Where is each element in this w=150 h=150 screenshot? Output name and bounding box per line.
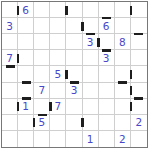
cell-r7c5[interactable]: [66, 99, 82, 115]
consecutive-marker-vertical: [65, 6, 67, 15]
cell-r4c9[interactable]: [131, 50, 147, 66]
cell-r9c4[interactable]: [50, 131, 66, 147]
consecutive-marker-horizontal: [134, 97, 143, 99]
cell-r9c7[interactable]: [99, 131, 115, 147]
cell-r3c9[interactable]: [131, 34, 147, 50]
consecutive-marker-horizontal: [22, 81, 31, 83]
consecutive-marker-vertical: [17, 6, 19, 15]
cell-r2c9[interactable]: [131, 18, 147, 34]
cell-r5c2[interactable]: [18, 66, 34, 82]
cell-r5c6[interactable]: [83, 66, 99, 82]
cell-r9c5[interactable]: [66, 131, 82, 147]
cell-r5c4-given[interactable]: 5: [50, 66, 66, 82]
cell-r1c1[interactable]: [2, 2, 18, 18]
consecutive-marker-vertical: [130, 102, 132, 111]
consecutive-marker-vertical: [130, 86, 132, 95]
cell-r3c2[interactable]: [18, 34, 34, 50]
cell-r7c2-given[interactable]: 1: [18, 99, 34, 115]
cell-r2c8[interactable]: [115, 18, 131, 34]
cell-r4c3[interactable]: [34, 50, 50, 66]
cell-r9c6-given[interactable]: 1: [83, 131, 99, 147]
consecutive-marker-vertical: [81, 22, 83, 31]
cell-r6c7[interactable]: [99, 83, 115, 99]
cell-r5c9[interactable]: [131, 66, 147, 82]
cell-r8c1[interactable]: [2, 115, 18, 131]
consecutive-marker-vertical: [130, 6, 132, 15]
consecutive-marker-horizontal: [102, 17, 111, 19]
consecutive-marker-horizontal: [6, 65, 15, 67]
cell-r3c7[interactable]: [99, 34, 115, 50]
consecutive-marker-vertical: [65, 70, 67, 79]
cell-r8c2[interactable]: [18, 115, 34, 131]
cell-r6c5-given[interactable]: 3: [66, 83, 82, 99]
cell-r5c1[interactable]: [2, 66, 18, 82]
cell-r3c5[interactable]: [66, 34, 82, 50]
cell-r3c6-given[interactable]: 3: [83, 34, 99, 50]
cell-r1c2-given[interactable]: 6: [18, 2, 34, 18]
cell-r6c4[interactable]: [50, 83, 66, 99]
cell-r8c8[interactable]: [115, 115, 131, 131]
cell-r6c8[interactable]: [115, 83, 131, 99]
cell-r3c1[interactable]: [2, 34, 18, 50]
consecutive-marker-vertical: [97, 38, 99, 47]
cell-r5c7[interactable]: [99, 66, 115, 82]
consecutive-marker-vertical: [49, 102, 51, 111]
cell-r4c5[interactable]: [66, 50, 82, 66]
cell-r2c7-given[interactable]: 6: [99, 18, 115, 34]
cell-r7c6[interactable]: [83, 99, 99, 115]
cell-r2c2[interactable]: [18, 18, 34, 34]
cell-r6c2[interactable]: [18, 83, 34, 99]
cell-r4c6[interactable]: [83, 50, 99, 66]
cell-r5c8[interactable]: [115, 66, 131, 82]
cell-r1c3[interactable]: [34, 2, 50, 18]
cell-r8c5[interactable]: [66, 115, 82, 131]
consecutive-marker-vertical: [17, 54, 19, 63]
cell-r6c9[interactable]: [131, 83, 147, 99]
cell-r2c4[interactable]: [50, 18, 66, 34]
cell-r8c6[interactable]: [83, 115, 99, 131]
cell-r6c1[interactable]: [2, 83, 18, 99]
cell-r4c7-given[interactable]: 3: [99, 50, 115, 66]
cell-r8c4[interactable]: [50, 115, 66, 131]
cell-r6c6[interactable]: [83, 83, 99, 99]
cell-r5c3[interactable]: [34, 66, 50, 82]
cell-r2c3[interactable]: [34, 18, 50, 34]
cell-r8c3-given[interactable]: 5: [34, 115, 50, 131]
cell-r3c8-given[interactable]: 8: [115, 34, 131, 50]
cell-r7c3[interactable]: [34, 99, 50, 115]
cell-r2c1-given[interactable]: 3: [2, 18, 18, 34]
cell-r9c8-given[interactable]: 2: [115, 131, 131, 147]
cell-r1c4[interactable]: [50, 2, 66, 18]
puzzle-board: 6363873573175212: [1, 1, 148, 148]
cell-r1c6[interactable]: [83, 2, 99, 18]
cell-r9c9[interactable]: [131, 131, 147, 147]
cell-r9c3[interactable]: [34, 131, 50, 147]
consecutive-marker-horizontal: [38, 114, 47, 116]
cell-r2c5[interactable]: [66, 18, 82, 34]
cell-r1c9[interactable]: [131, 2, 147, 18]
cell-r9c1[interactable]: [2, 131, 18, 147]
cell-r4c8[interactable]: [115, 50, 131, 66]
consecutive-marker-vertical: [17, 102, 19, 111]
cell-r9c2[interactable]: [18, 131, 34, 147]
cell-r5c5[interactable]: [66, 66, 82, 82]
cell-r8c9-given[interactable]: 2: [131, 115, 147, 131]
cell-r7c4-given[interactable]: 7: [50, 99, 66, 115]
cell-r8c7[interactable]: [99, 115, 115, 131]
cell-r7c7[interactable]: [99, 99, 115, 115]
cell-r1c7[interactable]: [99, 2, 115, 18]
cell-r1c5[interactable]: [66, 2, 82, 18]
consecutive-marker-horizontal: [102, 49, 111, 51]
cell-r2c6[interactable]: [83, 18, 99, 34]
consecutive-marker-horizontal: [70, 81, 79, 83]
cell-r3c4[interactable]: [50, 34, 66, 50]
cell-r7c8[interactable]: [115, 99, 131, 115]
cell-r4c1-given[interactable]: 7: [2, 50, 18, 66]
cell-r1c8[interactable]: [115, 2, 131, 18]
cell-r4c2[interactable]: [18, 50, 34, 66]
cell-r4c4[interactable]: [50, 50, 66, 66]
consecutive-marker-vertical: [81, 118, 83, 127]
cell-r6c3-given[interactable]: 7: [34, 83, 50, 99]
cell-r7c9[interactable]: [131, 99, 147, 115]
consecutive-marker-horizontal: [86, 33, 95, 35]
consecutive-marker-vertical: [130, 70, 132, 79]
cell-r3c3[interactable]: [34, 34, 50, 50]
consecutive-marker-vertical: [33, 118, 35, 127]
consecutive-marker-horizontal: [118, 81, 127, 83]
cell-r7c1[interactable]: [2, 99, 18, 115]
consecutive-marker-horizontal: [22, 97, 31, 99]
consecutive-marker-horizontal: [134, 33, 143, 35]
